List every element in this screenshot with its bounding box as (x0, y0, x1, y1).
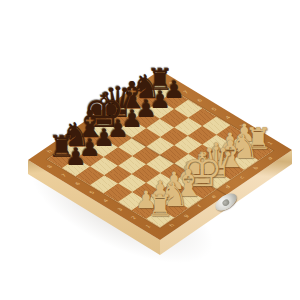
black-pawn[interactable]: ♟ (65, 143, 87, 171)
white-rook[interactable]: ♜ (147, 188, 174, 223)
photo-scene: hh88gg77ff66ee55dd44cc33bb22aa11 ♜♞♝♛♚♝♞… (0, 0, 300, 300)
